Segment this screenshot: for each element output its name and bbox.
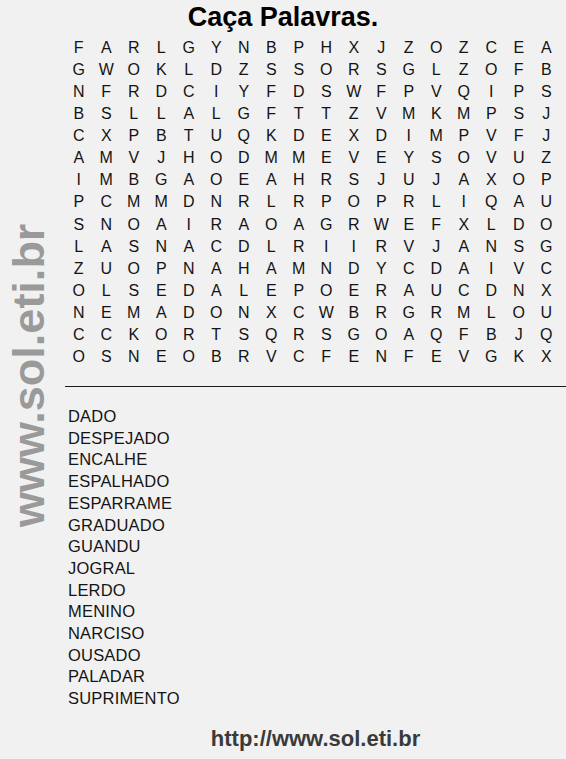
grid-cell-r14-c6[interactable]: T [203,324,231,346]
grid-cell-r14-c18[interactable]: Q [533,324,561,346]
grid-cell-r15-c18[interactable]: X [533,346,561,368]
grid-cell-r10-c1[interactable]: L [65,236,93,258]
grid-cell-r13-c9[interactable]: C [285,302,313,324]
grid-cell-r14-c9[interactable]: R [285,324,313,346]
grid-cell-r4-c9[interactable]: T [285,103,313,125]
grid-cell-r7-c14[interactable]: J [423,169,451,191]
grid-cell-r8-c17[interactable]: A [505,191,533,213]
grid-cell-r3-c8[interactable]: F [258,81,286,103]
grid-cell-r5-c5[interactable]: T [175,125,203,147]
grid-cell-r10-c3[interactable]: S [120,236,148,258]
grid-cell-r8-c8[interactable]: L [258,191,286,213]
grid-cell-r11-c5[interactable]: N [175,258,203,280]
grid-cell-r5-c7[interactable]: Q [230,125,258,147]
grid-cell-r12-c8[interactable]: E [258,280,286,302]
grid-cell-r1-c17[interactable]: E [505,37,533,59]
grid-cell-r2-c14[interactable]: L [423,59,451,81]
grid-cell-r9-c14[interactable]: F [423,214,451,236]
grid-cell-r4-c5[interactable]: A [175,103,203,125]
grid-cell-r9-c2[interactable]: N [93,214,121,236]
word-list: DADODESPEJADOENCALHEESPALHADOESPARRAMEGR… [68,406,180,710]
grid-cell-r9-c8[interactable]: O [258,214,286,236]
grid-cell-r6-c5[interactable]: H [175,147,203,169]
grid-cell-r11-c16[interactable]: I [478,258,506,280]
grid-cell-r7-c1[interactable]: I [65,169,93,191]
grid-cell-r13-c12[interactable]: R [368,302,396,324]
grid-cell-r13-c1[interactable]: N [65,302,93,324]
grid-cell-r2-c11[interactable]: R [340,59,368,81]
grid-cell-r8-c7[interactable]: R [230,191,258,213]
grid-cell-r1-c14[interactable]: O [423,37,451,59]
grid-cell-r5-c15[interactable]: P [450,125,478,147]
grid-cell-r14-c10[interactable]: S [313,324,341,346]
grid-cell-r15-c15[interactable]: V [450,346,478,368]
grid-cell-r5-c12[interactable]: D [368,125,396,147]
grid-cell-r14-c17[interactable]: J [505,324,533,346]
grid-cell-r12-c6[interactable]: A [203,280,231,302]
grid-cell-r13-c6[interactable]: O [203,302,231,324]
grid-cell-r3-c11[interactable]: W [340,81,368,103]
grid-cell-r4-c18[interactable]: J [533,103,561,125]
grid-cell-r3-c1[interactable]: N [65,81,93,103]
grid-cell-r15-c3[interactable]: N [120,346,148,368]
grid-cell-r3-c3[interactable]: R [120,81,148,103]
grid-cell-r13-c16[interactable]: L [478,302,506,324]
grid-cell-r11-c18[interactable]: C [533,258,561,280]
grid-cell-r7-c4[interactable]: G [148,169,176,191]
grid-cell-r15-c8[interactable]: V [258,346,286,368]
grid-cell-r7-c2[interactable]: M [93,169,121,191]
grid-cell-r15-c16[interactable]: G [478,346,506,368]
grid-cell-r14-c12[interactable]: O [368,324,396,346]
grid-cell-r11-c4[interactable]: P [148,258,176,280]
grid-cell-r7-c9[interactable]: H [285,169,313,191]
grid-cell-r14-c1[interactable]: C [65,324,93,346]
grid-cell-r4-c14[interactable]: K [423,103,451,125]
grid-cell-r8-c10[interactable]: P [313,191,341,213]
grid-cell-r6-c1[interactable]: A [65,147,93,169]
grid-cell-r4-c10[interactable]: T [313,103,341,125]
grid-cell-r15-c14[interactable]: E [423,346,451,368]
grid-cell-r15-c9[interactable]: C [285,346,313,368]
grid-cell-r12-c13[interactable]: A [395,280,423,302]
grid-cell-r15-c5[interactable]: O [175,346,203,368]
grid-cell-r14-c16[interactable]: B [478,324,506,346]
grid-cell-r4-c2[interactable]: S [93,103,121,125]
grid-cell-r7-c7[interactable]: E [230,169,258,191]
grid-cell-r5-c18[interactable]: J [533,125,561,147]
grid-cell-r11-c1[interactable]: Z [65,258,93,280]
grid-cell-r12-c4[interactable]: E [148,280,176,302]
grid-cell-r3-c9[interactable]: D [285,81,313,103]
footer-url[interactable]: http://www.sol.eti.br [65,726,566,752]
grid-cell-r3-c16[interactable]: I [478,81,506,103]
grid-cell-r11-c14[interactable]: D [423,258,451,280]
grid-cell-r2-c5[interactable]: L [175,59,203,81]
grid-cell-r1-c16[interactable]: C [478,37,506,59]
grid-cell-r2-c7[interactable]: Z [230,59,258,81]
grid-cell-r3-c7[interactable]: Y [230,81,258,103]
grid-cell-r10-c2[interactable]: A [93,236,121,258]
grid-cell-r8-c9[interactable]: R [285,191,313,213]
grid-cell-r8-c16[interactable]: Q [478,191,506,213]
grid-cell-r8-c1[interactable]: P [65,191,93,213]
grid-cell-r9-c12[interactable]: W [368,214,396,236]
word-list-item: GRADUADO [68,515,180,537]
grid-cell-r3-c4[interactable]: D [148,81,176,103]
word-list-item: DADO [68,406,180,428]
word-list-item: GUANDU [68,536,180,558]
grid-cell-r4-c12[interactable]: V [368,103,396,125]
grid-cell-r6-c11[interactable]: V [340,147,368,169]
word-list-item: ESPALHADO [68,471,180,493]
grid-cell-r13-c11[interactable]: B [340,302,368,324]
grid-cell-r11-c3[interactable]: O [120,258,148,280]
grid-cell-r6-c6[interactable]: O [203,147,231,169]
grid-cell-r8-c5[interactable]: D [175,191,203,213]
word-list-item: DESPEJADO [68,428,180,450]
grid-cell-r4-c11[interactable]: Z [340,103,368,125]
grid-cell-r9-c6[interactable]: R [203,214,231,236]
grid-cell-r14-c7[interactable]: S [230,324,258,346]
grid-cell-r6-c4[interactable]: J [148,147,176,169]
grid-cell-r7-c13[interactable]: U [395,169,423,191]
grid-cell-r2-c15[interactable]: Z [450,59,478,81]
grid-cell-r6-c18[interactable]: Z [533,147,561,169]
grid-cell-r14-c13[interactable]: A [395,324,423,346]
grid-cell-r10-c10[interactable]: I [313,236,341,258]
grid-cell-r3-c13[interactable]: P [395,81,423,103]
grid-cell-r1-c5[interactable]: G [175,37,203,59]
grid-cell-r10-c8[interactable]: L [258,236,286,258]
grid-cell-r13-c4[interactable]: A [148,302,176,324]
grid-cell-r1-c1[interactable]: F [65,37,93,59]
grid-cell-r13-c14[interactable]: R [423,302,451,324]
grid-cell-r3-c17[interactable]: P [505,81,533,103]
grid-cell-r7-c11[interactable]: S [340,169,368,191]
grid-cell-r14-c15[interactable]: F [450,324,478,346]
grid-cell-r5-c3[interactable]: P [120,125,148,147]
grid-cell-r4-c7[interactable]: G [230,103,258,125]
grid-cell-r12-c12[interactable]: R [368,280,396,302]
grid-cell-r7-c12[interactable]: J [368,169,396,191]
grid-cell-r7-c5[interactable]: A [175,169,203,191]
grid-cell-r1-c9[interactable]: P [285,37,313,59]
page-title: Caça Palavras. [0,2,566,33]
grid-cell-r9-c7[interactable]: A [230,214,258,236]
grid-cell-r2-c2[interactable]: W [93,59,121,81]
grid-cell-r15-c11[interactable]: E [340,346,368,368]
grid-cell-r11-c11[interactable]: D [340,258,368,280]
grid-cell-r3-c6[interactable]: I [203,81,231,103]
grid-cell-r3-c2[interactable]: F [93,81,121,103]
grid-cell-r5-c17[interactable]: F [505,125,533,147]
grid-cell-r15-c17[interactable]: K [505,346,533,368]
grid-cell-r9-c18[interactable]: O [533,214,561,236]
grid-cell-r6-c16[interactable]: V [478,147,506,169]
grid-cell-r9-c1[interactable]: S [65,214,93,236]
grid-cell-r13-c15[interactable]: M [450,302,478,324]
grid-cell-r11-c6[interactable]: A [203,258,231,280]
grid-cell-r13-c17[interactable]: O [505,302,533,324]
grid-cell-r14-c4[interactable]: O [148,324,176,346]
grid-cell-r9-c15[interactable]: X [450,214,478,236]
grid-cell-r8-c14[interactable]: L [423,191,451,213]
grid-cell-r12-c3[interactable]: S [120,280,148,302]
grid-cell-r1-c15[interactable]: Z [450,37,478,59]
grid-cell-r11-c13[interactable]: C [395,258,423,280]
grid-cell-r13-c5[interactable]: D [175,302,203,324]
grid-cell-r3-c12[interactable]: F [368,81,396,103]
grid-cell-r14-c14[interactable]: Q [423,324,451,346]
grid-cell-r2-c18[interactable]: B [533,59,561,81]
grid-cell-r10-c12[interactable]: R [368,236,396,258]
grid-cell-r8-c12[interactable]: P [368,191,396,213]
grid-cell-r1-c4[interactable]: L [148,37,176,59]
grid-cell-r11-c9[interactable]: M [285,258,313,280]
grid-cell-r7-c6[interactable]: O [203,169,231,191]
word-list-item: ESPARRAME [68,493,180,515]
grid-cell-r5-c6[interactable]: U [203,125,231,147]
grid-cell-r5-c11[interactable]: X [340,125,368,147]
grid-cell-r10-c17[interactable]: S [505,236,533,258]
grid-cell-r2-c1[interactable]: G [65,59,93,81]
grid-cell-r2-c3[interactable]: O [120,59,148,81]
grid-cell-r1-c8[interactable]: B [258,37,286,59]
grid-cell-r5-c8[interactable]: K [258,125,286,147]
grid-cell-r12-c9[interactable]: P [285,280,313,302]
grid-cell-r5-c9[interactable]: D [285,125,313,147]
grid-cell-r7-c18[interactable]: P [533,169,561,191]
grid-cell-r15-c13[interactable]: F [395,346,423,368]
grid-cell-r2-c6[interactable]: D [203,59,231,81]
grid-cell-r11-c12[interactable]: Y [368,258,396,280]
grid-cell-r10-c4[interactable]: N [148,236,176,258]
grid-cell-r5-c13[interactable]: I [395,125,423,147]
grid-cell-r6-c3[interactable]: V [120,147,148,169]
grid-cell-r4-c8[interactable]: F [258,103,286,125]
grid-cell-r5-c10[interactable]: E [313,125,341,147]
grid-cell-r14-c8[interactable]: Q [258,324,286,346]
grid-cell-r4-c16[interactable]: P [478,103,506,125]
grid-cell-r8-c13[interactable]: R [395,191,423,213]
grid-cell-r7-c16[interactable]: X [478,169,506,191]
grid-cell-r2-c12[interactable]: S [368,59,396,81]
grid-cell-r14-c5[interactable]: R [175,324,203,346]
grid-cell-r9-c13[interactable]: E [395,214,423,236]
grid-cell-r15-c10[interactable]: F [313,346,341,368]
word-list-item: LERDO [68,580,180,602]
grid-cell-r7-c17[interactable]: O [505,169,533,191]
grid-cell-r15-c12[interactable]: N [368,346,396,368]
grid-cell-r10-c11[interactable]: I [340,236,368,258]
word-list-item: OUSADO [68,645,180,667]
grid-cell-r3-c15[interactable]: Q [450,81,478,103]
grid-cell-r13-c3[interactable]: M [120,302,148,324]
grid-cell-r12-c14[interactable]: U [423,280,451,302]
word-list-item: MENINO [68,601,180,623]
grid-cell-r5-c14[interactable]: M [423,125,451,147]
grid-cell-r10-c15[interactable]: A [450,236,478,258]
grid-cell-r2-c10[interactable]: O [313,59,341,81]
grid-cell-r14-c3[interactable]: K [120,324,148,346]
grid-cell-r7-c15[interactable]: A [450,169,478,191]
grid-cell-r12-c17[interactable]: N [505,280,533,302]
grid-cell-r1-c11[interactable]: X [340,37,368,59]
grid-cell-r4-c6[interactable]: L [203,103,231,125]
grid-cell-r11-c8[interactable]: A [258,258,286,280]
grid-cell-r11-c7[interactable]: H [230,258,258,280]
grid-cell-r4-c15[interactable]: M [450,103,478,125]
grid-cell-r15-c7[interactable]: R [230,346,258,368]
grid-cell-r1-c6[interactable]: Y [203,37,231,59]
grid-cell-r12-c18[interactable]: X [533,280,561,302]
word-list-item: NARCISO [68,623,180,645]
grid-cell-r14-c2[interactable]: C [93,324,121,346]
grid-cell-r1-c7[interactable]: N [230,37,258,59]
grid-cell-r2-c8[interactable]: S [258,59,286,81]
grid-cell-r6-c10[interactable]: E [313,147,341,169]
grid-cell-r6-c13[interactable]: Y [395,147,423,169]
grid-cell-r1-c10[interactable]: H [313,37,341,59]
grid-cell-r12-c5[interactable]: D [175,280,203,302]
watermark-vertical-text: www.sol.eti.br [2,186,56,564]
word-list-item: JOGRAL [68,558,180,580]
grid-cell-r10-c7[interactable]: D [230,236,258,258]
grid-cell-r13-c18[interactable]: U [533,302,561,324]
grid-cell-r2-c9[interactable]: S [285,59,313,81]
grid-cell-r3-c18[interactable]: S [533,81,561,103]
grid-cell-r10-c16[interactable]: N [478,236,506,258]
grid-cell-r12-c1[interactable]: O [65,280,93,302]
grid-cell-r5-c2[interactable]: X [93,125,121,147]
grid-cell-r4-c13[interactable]: M [395,103,423,125]
grid-cell-r3-c5[interactable]: C [175,81,203,103]
grid-cell-r2-c16[interactable]: O [478,59,506,81]
grid-cell-r10-c5[interactable]: A [175,236,203,258]
grid-cell-r11-c10[interactable]: N [313,258,341,280]
grid-cell-r2-c13[interactable]: G [395,59,423,81]
grid-cell-r12-c10[interactable]: O [313,280,341,302]
grid-cell-r7-c10[interactable]: R [313,169,341,191]
grid-cell-r8-c2[interactable]: C [93,191,121,213]
grid-cell-r15-c2[interactable]: S [93,346,121,368]
grid-cell-r9-c9[interactable]: A [285,214,313,236]
grid-cell-r8-c6[interactable]: N [203,191,231,213]
grid-cell-r6-c12[interactable]: E [368,147,396,169]
word-search-grid: FARLGYNBPHXJZOZCEAGWOKLDZSSORSGLZOFBNFRD… [65,37,560,368]
grid-cell-r12-c7[interactable]: L [230,280,258,302]
grid-cell-r14-c11[interactable]: G [340,324,368,346]
grid-cell-r2-c17[interactable]: F [505,59,533,81]
grid-cell-r10-c9[interactable]: R [285,236,313,258]
grid-cell-r10-c13[interactable]: V [395,236,423,258]
grid-cell-r12-c15[interactable]: C [450,280,478,302]
grid-cell-r9-c4[interactable]: A [148,214,176,236]
word-list-item: ENCALHE [68,449,180,471]
grid-cell-r6-c2[interactable]: M [93,147,121,169]
grid-cell-r8-c3[interactable]: M [120,191,148,213]
grid-cell-r11-c2[interactable]: U [93,258,121,280]
grid-cell-r13-c13[interactable]: G [395,302,423,324]
grid-cell-r4-c1[interactable]: B [65,103,93,125]
grid-cell-r13-c8[interactable]: X [258,302,286,324]
grid-cell-r10-c6[interactable]: C [203,236,231,258]
word-list-item: SUPRIMENTO [68,688,180,710]
grid-cell-r13-c7[interactable]: N [230,302,258,324]
grid-cell-r1-c12[interactable]: J [368,37,396,59]
grid-cell-r4-c3[interactable]: L [120,103,148,125]
word-list-item: PALADAR [68,666,180,688]
grid-cell-r11-c17[interactable]: V [505,258,533,280]
grid-cell-r6-c9[interactable]: M [285,147,313,169]
grid-cell-r1-c2[interactable]: A [93,37,121,59]
grid-cell-r9-c17[interactable]: D [505,214,533,236]
grid-cell-r13-c10[interactable]: W [313,302,341,324]
grid-cell-r9-c5[interactable]: I [175,214,203,236]
grid-cell-r12-c11[interactable]: E [340,280,368,302]
grid-cell-r3-c14[interactable]: V [423,81,451,103]
grid-cell-r10-c18[interactable]: G [533,236,561,258]
grid-cell-r6-c8[interactable]: M [258,147,286,169]
grid-cell-r4-c17[interactable]: S [505,103,533,125]
grid-cell-r5-c4[interactable]: B [148,125,176,147]
grid-cell-r13-c2[interactable]: E [93,302,121,324]
grid-cell-r11-c15[interactable]: A [450,258,478,280]
grid-cell-r7-c8[interactable]: A [258,169,286,191]
grid-cell-r15-c1[interactable]: O [65,346,93,368]
grid-cell-r4-c4[interactable]: L [148,103,176,125]
grid-cell-r15-c6[interactable]: B [203,346,231,368]
grid-cell-r5-c16[interactable]: V [478,125,506,147]
grid-cell-r12-c16[interactable]: D [478,280,506,302]
grid-cell-r2-c4[interactable]: K [148,59,176,81]
grid-cell-r10-c14[interactable]: J [423,236,451,258]
grid-cell-r15-c4[interactable]: E [148,346,176,368]
grid-cell-r9-c3[interactable]: O [120,214,148,236]
grid-cell-r12-c2[interactable]: L [93,280,121,302]
grid-cell-r6-c15[interactable]: O [450,147,478,169]
grid-cell-r8-c4[interactable]: M [148,191,176,213]
grid-cell-r1-c18[interactable]: A [533,37,561,59]
grid-cell-r1-c3[interactable]: R [120,37,148,59]
grid-cell-r5-c1[interactable]: C [65,125,93,147]
grid-cell-r9-c11[interactable]: R [340,214,368,236]
grid-cell-r3-c10[interactable]: S [313,81,341,103]
grid-cell-r8-c11[interactable]: O [340,191,368,213]
grid-cell-r6-c17[interactable]: U [505,147,533,169]
grid-cell-r9-c10[interactable]: G [313,214,341,236]
separator-line [65,386,566,387]
grid-cell-r8-c15[interactable]: I [450,191,478,213]
grid-cell-r8-c18[interactable]: U [533,191,561,213]
grid-cell-r1-c13[interactable]: Z [395,37,423,59]
grid-cell-r6-c14[interactable]: S [423,147,451,169]
grid-cell-r6-c7[interactable]: D [230,147,258,169]
grid-cell-r7-c3[interactable]: B [120,169,148,191]
grid-cell-r9-c16[interactable]: L [478,214,506,236]
